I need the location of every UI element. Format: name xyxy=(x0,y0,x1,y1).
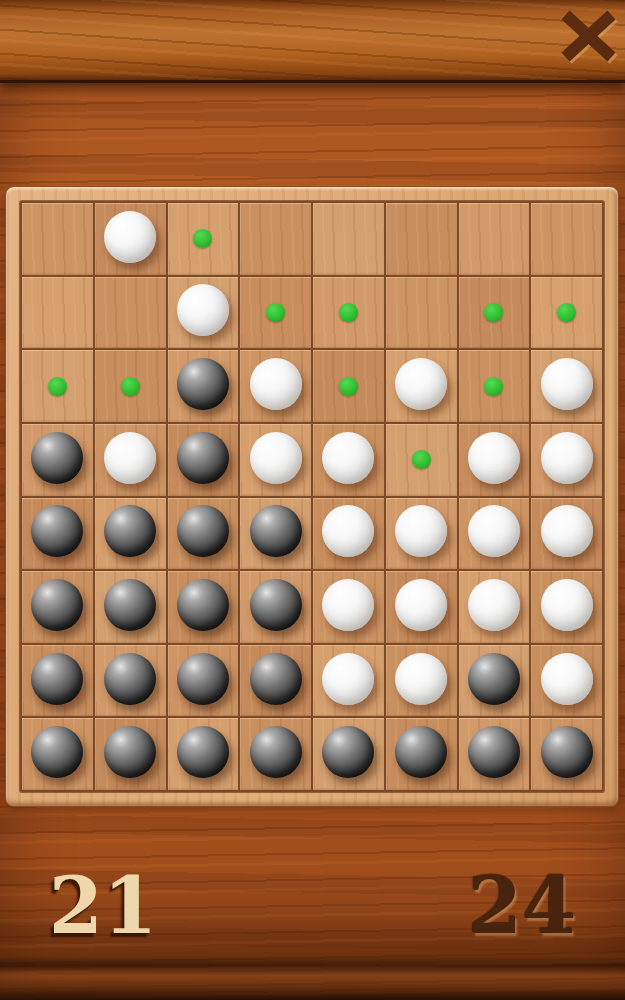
white-piece xyxy=(322,505,374,557)
black-piece xyxy=(31,432,83,484)
cell-r7c5[interactable] xyxy=(313,645,384,717)
white-piece xyxy=(395,579,447,631)
black-piece xyxy=(177,653,229,705)
cell-r1c5[interactable] xyxy=(313,203,384,275)
close-icon xyxy=(555,6,619,68)
cell-r2c4[interactable] xyxy=(240,277,311,349)
cell-r7c8[interactable] xyxy=(531,645,602,717)
black-piece xyxy=(104,505,156,557)
cell-r7c7[interactable] xyxy=(459,645,530,717)
white-piece xyxy=(322,653,374,705)
white-piece xyxy=(541,432,593,484)
legal-move-dot xyxy=(339,303,358,322)
white-piece xyxy=(468,432,520,484)
cell-r6c1[interactable] xyxy=(22,571,93,643)
cell-r1c4[interactable] xyxy=(240,203,311,275)
white-piece xyxy=(395,653,447,705)
black-piece xyxy=(177,432,229,484)
black-piece xyxy=(177,579,229,631)
white-piece xyxy=(468,505,520,557)
legal-move-dot xyxy=(339,377,358,396)
cell-r2c1[interactable] xyxy=(22,277,93,349)
white-piece xyxy=(541,653,593,705)
black-piece xyxy=(177,505,229,557)
cell-r4c6[interactable] xyxy=(386,424,457,496)
cell-r2c2[interactable] xyxy=(95,277,166,349)
cell-r8c7[interactable] xyxy=(459,718,530,790)
cell-r4c5[interactable] xyxy=(313,424,384,496)
cell-r1c1[interactable] xyxy=(22,203,93,275)
cell-r1c6[interactable] xyxy=(386,203,457,275)
cell-r8c6[interactable] xyxy=(386,718,457,790)
legal-move-dot xyxy=(557,303,576,322)
cell-r8c8[interactable] xyxy=(531,718,602,790)
cell-r7c1[interactable] xyxy=(22,645,93,717)
cell-r3c8[interactable] xyxy=(531,350,602,422)
cell-r7c2[interactable] xyxy=(95,645,166,717)
cell-r6c8[interactable] xyxy=(531,571,602,643)
black-piece xyxy=(250,579,302,631)
cell-r4c1[interactable] xyxy=(22,424,93,496)
cell-r5c4[interactable] xyxy=(240,498,311,570)
legal-move-dot xyxy=(266,303,285,322)
black-piece xyxy=(31,726,83,778)
white-piece xyxy=(395,505,447,557)
cell-r4c8[interactable] xyxy=(531,424,602,496)
cell-r6c2[interactable] xyxy=(95,571,166,643)
cell-r8c1[interactable] xyxy=(22,718,93,790)
white-piece xyxy=(250,432,302,484)
legal-move-dot xyxy=(48,377,67,396)
white-piece xyxy=(104,211,156,263)
close-button[interactable] xyxy=(555,6,619,68)
cell-r3c7[interactable] xyxy=(459,350,530,422)
cell-r4c7[interactable] xyxy=(459,424,530,496)
black-piece xyxy=(468,653,520,705)
cell-r8c5[interactable] xyxy=(313,718,384,790)
cell-r2c7[interactable] xyxy=(459,277,530,349)
cell-r5c1[interactable] xyxy=(22,498,93,570)
cell-r5c3[interactable] xyxy=(168,498,239,570)
cell-r6c6[interactable] xyxy=(386,571,457,643)
cell-r6c4[interactable] xyxy=(240,571,311,643)
cell-r2c3[interactable] xyxy=(168,277,239,349)
black-piece xyxy=(468,726,520,778)
cell-r1c3[interactable] xyxy=(168,203,239,275)
cell-r7c4[interactable] xyxy=(240,645,311,717)
black-piece xyxy=(104,726,156,778)
cell-r3c6[interactable] xyxy=(386,350,457,422)
black-piece xyxy=(250,505,302,557)
cell-r7c6[interactable] xyxy=(386,645,457,717)
cell-r2c5[interactable] xyxy=(313,277,384,349)
cell-r1c2[interactable] xyxy=(95,203,166,275)
black-piece xyxy=(177,726,229,778)
legal-move-dot xyxy=(484,303,503,322)
cell-r6c3[interactable] xyxy=(168,571,239,643)
white-piece xyxy=(322,579,374,631)
black-piece xyxy=(31,579,83,631)
white-piece xyxy=(541,358,593,410)
white-piece xyxy=(395,358,447,410)
black-piece xyxy=(104,653,156,705)
black-piece xyxy=(31,505,83,557)
othello-game-screen: 21 24 xyxy=(0,0,625,1000)
black-piece xyxy=(104,579,156,631)
white-piece xyxy=(541,579,593,631)
board-grid xyxy=(20,201,604,792)
cell-r5c8[interactable] xyxy=(531,498,602,570)
black-piece xyxy=(177,358,229,410)
legal-move-dot xyxy=(484,377,503,396)
cell-r7c3[interactable] xyxy=(168,645,239,717)
black-piece xyxy=(322,726,374,778)
cell-r1c8[interactable] xyxy=(531,203,602,275)
cell-r3c2[interactable] xyxy=(95,350,166,422)
cell-r4c4[interactable] xyxy=(240,424,311,496)
cell-r8c3[interactable] xyxy=(168,718,239,790)
white-piece xyxy=(250,358,302,410)
cell-r4c2[interactable] xyxy=(95,424,166,496)
white-piece xyxy=(468,579,520,631)
white-piece xyxy=(322,432,374,484)
legal-move-dot xyxy=(121,377,140,396)
white-score: 21 xyxy=(0,856,206,956)
bottom-plank-edge xyxy=(0,956,625,1000)
cell-r2c6[interactable] xyxy=(386,277,457,349)
black-piece xyxy=(250,726,302,778)
white-piece xyxy=(104,432,156,484)
black-piece xyxy=(31,653,83,705)
black-score: 24 xyxy=(419,856,625,956)
cell-r8c2[interactable] xyxy=(95,718,166,790)
cell-r5c2[interactable] xyxy=(95,498,166,570)
cell-r6c7[interactable] xyxy=(459,571,530,643)
cell-r3c4[interactable] xyxy=(240,350,311,422)
cell-r5c6[interactable] xyxy=(386,498,457,570)
cell-r5c7[interactable] xyxy=(459,498,530,570)
legal-move-dot xyxy=(193,229,212,248)
othello-board xyxy=(5,186,619,807)
cell-r6c5[interactable] xyxy=(313,571,384,643)
cell-r4c3[interactable] xyxy=(168,424,239,496)
black-piece xyxy=(395,726,447,778)
cell-r2c8[interactable] xyxy=(531,277,602,349)
cell-r3c3[interactable] xyxy=(168,350,239,422)
white-piece xyxy=(177,284,229,336)
black-piece xyxy=(250,653,302,705)
white-piece xyxy=(541,505,593,557)
top-plank xyxy=(0,0,625,83)
cell-r5c5[interactable] xyxy=(313,498,384,570)
legal-move-dot xyxy=(412,450,431,469)
cell-r1c7[interactable] xyxy=(459,203,530,275)
cell-r8c4[interactable] xyxy=(240,718,311,790)
cell-r3c5[interactable] xyxy=(313,350,384,422)
black-piece xyxy=(541,726,593,778)
cell-r3c1[interactable] xyxy=(22,350,93,422)
